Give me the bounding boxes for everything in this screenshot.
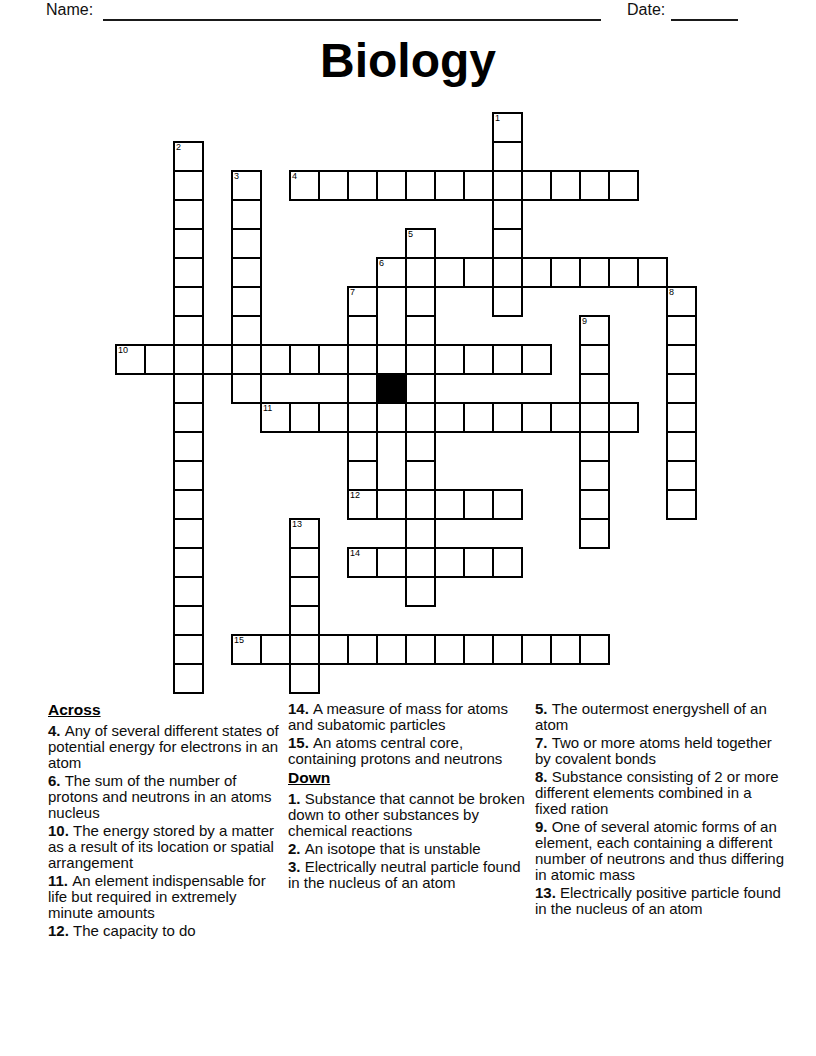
- clue-number-label: 6.: [48, 772, 65, 789]
- clue-down-8: 8. Substance consisting of 2 or more dif…: [535, 769, 787, 817]
- clue-across-12: 12. The capacity to do: [48, 923, 284, 939]
- grid-cell[interactable]: [405, 576, 436, 607]
- grid-cell[interactable]: [521, 634, 552, 665]
- grid-cell[interactable]: [608, 170, 639, 201]
- grid-cell[interactable]: [579, 634, 610, 665]
- grid-cell[interactable]: [434, 257, 465, 288]
- clue-across-4: 4. Any of several different states of po…: [48, 723, 284, 771]
- grid-cell[interactable]: [289, 344, 320, 375]
- grid-cell[interactable]: [405, 402, 436, 433]
- clue-across-11: 11. An element indispensable for life bu…: [48, 873, 284, 921]
- cell-number-2: 2: [176, 143, 181, 152]
- clue-column-middle: 14. A measure of mass for atoms and suba…: [288, 701, 534, 893]
- grid-cell[interactable]: [260, 634, 291, 665]
- grid-cell[interactable]: [173, 460, 204, 491]
- grid-cell[interactable]: [318, 170, 349, 201]
- grid-cell[interactable]: [434, 634, 465, 665]
- grid-cell[interactable]: [579, 431, 610, 462]
- grid-cell[interactable]: [492, 170, 523, 201]
- grid-cell[interactable]: [608, 402, 639, 433]
- grid-cell[interactable]: [289, 605, 320, 636]
- grid-cell[interactable]: [347, 373, 378, 404]
- grid-cell[interactable]: [463, 547, 494, 578]
- worksheet-page: Name: Date: Biology 12345678910111213141…: [0, 0, 816, 1056]
- clue-across-14: 14. A measure of mass for atoms and suba…: [288, 701, 534, 733]
- grid-cell[interactable]: [666, 431, 697, 462]
- clue-column-left: Across4. Any of several different states…: [48, 701, 284, 941]
- clue-down-7: 7. Two or more atoms held together by co…: [535, 735, 787, 767]
- grid-cell[interactable]: [173, 199, 204, 230]
- grid-cell[interactable]: [579, 402, 610, 433]
- grid-cell[interactable]: [231, 199, 262, 230]
- grid-cell[interactable]: [376, 402, 407, 433]
- clue-number-label: 7.: [535, 734, 552, 751]
- grid-cell[interactable]: [376, 170, 407, 201]
- grid-cell[interactable]: [550, 257, 581, 288]
- grid-cell[interactable]: [405, 373, 436, 404]
- grid-cell[interactable]: [405, 170, 436, 201]
- grid-cell[interactable]: [434, 170, 465, 201]
- cell-number-7: 7: [350, 288, 355, 297]
- clue-down-5: 5. The outermost energyshell of an atom: [535, 701, 787, 733]
- grid-cell[interactable]: [521, 257, 552, 288]
- down-heading: Down: [288, 769, 534, 787]
- grid-cell[interactable]: [579, 518, 610, 549]
- grid-cell[interactable]: [289, 663, 320, 694]
- cell-number-8: 8: [669, 288, 674, 297]
- grid-cell[interactable]: [666, 373, 697, 404]
- grid-cell[interactable]: [231, 373, 262, 404]
- clue-number-label: 8.: [535, 768, 552, 785]
- cell-number-3: 3: [234, 172, 239, 181]
- grid-cell[interactable]: [492, 228, 523, 259]
- grid-cell[interactable]: [173, 634, 204, 665]
- grid-cell[interactable]: [666, 489, 697, 520]
- grid-cell[interactable]: [666, 460, 697, 491]
- clue-number-label: 10.: [48, 822, 73, 839]
- grid-cell[interactable]: [492, 547, 523, 578]
- grid-cell[interactable]: [173, 402, 204, 433]
- grid-cell[interactable]: [463, 402, 494, 433]
- clue-number-label: 11.: [48, 872, 72, 889]
- grid-cell[interactable]: [579, 170, 610, 201]
- cell-number-11: 11: [263, 404, 272, 413]
- grid-cell[interactable]: [579, 257, 610, 288]
- grid-cell[interactable]: [405, 315, 436, 346]
- cell-number-12: 12: [350, 491, 360, 500]
- grid-cell[interactable]: [347, 402, 378, 433]
- grid-cell[interactable]: [521, 344, 552, 375]
- cell-number-15: 15: [234, 636, 244, 645]
- grid-cell[interactable]: [347, 315, 378, 346]
- grid-cell[interactable]: [637, 257, 668, 288]
- grid-cell[interactable]: [173, 373, 204, 404]
- grid-cell[interactable]: [376, 634, 407, 665]
- clue-down-13: 13. Electrically positive particle found…: [535, 885, 787, 917]
- grid-cell[interactable]: [231, 315, 262, 346]
- clue-column-right: 5. The outermost energyshell of an atom7…: [535, 701, 787, 919]
- grid-cell[interactable]: [231, 257, 262, 288]
- clue-down-9: 9. One of several atomic forms of an ele…: [535, 819, 787, 883]
- grid-cell[interactable]: [405, 460, 436, 491]
- grid-cell[interactable]: [173, 576, 204, 607]
- grid-cell[interactable]: [492, 402, 523, 433]
- grid-cell[interactable]: [666, 402, 697, 433]
- grid-cell[interactable]: [173, 257, 204, 288]
- grid-cell[interactable]: [202, 344, 233, 375]
- grid-cell[interactable]: [376, 547, 407, 578]
- grid-cell[interactable]: [463, 489, 494, 520]
- grid-cell[interactable]: [318, 634, 349, 665]
- grid-cell[interactable]: [405, 257, 436, 288]
- grid-cell[interactable]: [231, 344, 262, 375]
- grid-cell[interactable]: [347, 170, 378, 201]
- clue-number-label: 9.: [535, 818, 552, 835]
- grid-cell[interactable]: [521, 402, 552, 433]
- clue-number-label: 15.: [288, 734, 313, 751]
- grid-cell[interactable]: [492, 286, 523, 317]
- cell-number-1: 1: [495, 114, 500, 123]
- grid-cell[interactable]: [347, 634, 378, 665]
- clue-number-label: 5.: [535, 700, 552, 717]
- grid-cell[interactable]: [521, 170, 552, 201]
- cell-number-9: 9: [582, 317, 587, 326]
- grid-cell[interactable]: [347, 344, 378, 375]
- cell-number-10: 10: [118, 346, 128, 355]
- grid-cell[interactable]: [434, 547, 465, 578]
- grid-cell[interactable]: [434, 489, 465, 520]
- black-cell: [376, 373, 407, 404]
- grid-cell[interactable]: [289, 547, 320, 578]
- grid-cell[interactable]: [173, 489, 204, 520]
- grid-cell[interactable]: [173, 431, 204, 462]
- grid-cell[interactable]: [173, 315, 204, 346]
- grid-cell[interactable]: [289, 634, 320, 665]
- grid-cell[interactable]: [550, 170, 581, 201]
- clue-across-10: 10. The energy stored by a matter as a r…: [48, 823, 284, 871]
- grid-cell[interactable]: [347, 460, 378, 491]
- clue-across-15: 15. An atoms central core, containing pr…: [288, 735, 534, 767]
- grid-cell[interactable]: [289, 402, 320, 433]
- grid-cell[interactable]: [434, 402, 465, 433]
- grid-cell[interactable]: [579, 460, 610, 491]
- grid-cell[interactable]: [579, 489, 610, 520]
- grid-cell[interactable]: [173, 605, 204, 636]
- cell-number-4: 4: [292, 172, 297, 181]
- grid-cell[interactable]: [463, 257, 494, 288]
- grid-cell[interactable]: [318, 344, 349, 375]
- grid-cell[interactable]: [260, 344, 291, 375]
- grid-cell[interactable]: [405, 634, 436, 665]
- grid-cell[interactable]: [405, 344, 436, 375]
- grid-cell[interactable]: [492, 141, 523, 172]
- grid-cell[interactable]: [173, 286, 204, 317]
- grid-cell[interactable]: [550, 402, 581, 433]
- grid-cell[interactable]: [173, 170, 204, 201]
- clue-down-3: 3. Electrically neutral particle found i…: [288, 859, 534, 891]
- grid-cell[interactable]: [463, 170, 494, 201]
- clue-across-6: 6. The sum of the number of protons and …: [48, 773, 284, 821]
- crossword-grid: 123456789101112131415: [115, 112, 699, 696]
- clue-number-label: 13.: [535, 884, 560, 901]
- grid-cell[interactable]: [492, 489, 523, 520]
- grid-cell[interactable]: [579, 344, 610, 375]
- clue-number-label: 2.: [288, 840, 305, 857]
- grid-cell[interactable]: [463, 634, 494, 665]
- name-blank-line[interactable]: [103, 0, 601, 21]
- grid-cell[interactable]: [492, 344, 523, 375]
- grid-cell[interactable]: [666, 315, 697, 346]
- clue-down-1: 1. Substance that cannot be broken down …: [288, 791, 534, 839]
- grid-cell[interactable]: [376, 344, 407, 375]
- cell-number-5: 5: [408, 230, 413, 239]
- grid-cell[interactable]: [463, 344, 494, 375]
- grid-cell[interactable]: [405, 431, 436, 462]
- cell-number-13: 13: [292, 520, 302, 529]
- grid-cell[interactable]: [492, 257, 523, 288]
- puzzle-title: Biology: [0, 33, 816, 88]
- grid-cell[interactable]: [173, 228, 204, 259]
- grid-cell[interactable]: [173, 518, 204, 549]
- grid-cell[interactable]: [550, 634, 581, 665]
- grid-cell[interactable]: [231, 286, 262, 317]
- grid-cell[interactable]: [405, 489, 436, 520]
- clue-number-label: 4.: [48, 722, 65, 739]
- grid-cell[interactable]: [289, 576, 320, 607]
- grid-cell[interactable]: [579, 373, 610, 404]
- grid-cell[interactable]: [173, 547, 204, 578]
- grid-cell[interactable]: [492, 634, 523, 665]
- grid-cell[interactable]: [405, 547, 436, 578]
- grid-cell[interactable]: [173, 344, 204, 375]
- grid-cell[interactable]: [231, 228, 262, 259]
- clue-down-2: 2. An isotope that is unstable: [288, 841, 534, 857]
- grid-cell[interactable]: [347, 431, 378, 462]
- cell-number-6: 6: [379, 259, 384, 268]
- clue-number-label: 14.: [288, 700, 313, 717]
- grid-cell[interactable]: [434, 344, 465, 375]
- grid-cell[interactable]: [405, 286, 436, 317]
- grid-cell[interactable]: [492, 199, 523, 230]
- across-heading: Across: [48, 701, 284, 719]
- grid-cell[interactable]: [405, 518, 436, 549]
- grid-cell[interactable]: [666, 344, 697, 375]
- grid-cell[interactable]: [144, 344, 175, 375]
- grid-cell[interactable]: [318, 402, 349, 433]
- cell-number-14: 14: [350, 549, 360, 558]
- clue-number-label: 12.: [48, 922, 73, 939]
- clue-number-label: 1.: [288, 790, 305, 807]
- clue-number-label: 3.: [288, 858, 305, 875]
- grid-cell[interactable]: [376, 489, 407, 520]
- date-label: Date:: [627, 1, 665, 19]
- date-blank-line[interactable]: [671, 0, 738, 21]
- name-label: Name:: [46, 1, 93, 19]
- grid-cell[interactable]: [608, 257, 639, 288]
- grid-cell[interactable]: [173, 663, 204, 694]
